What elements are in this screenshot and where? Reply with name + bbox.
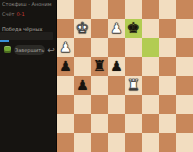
square-g5[interactable] bbox=[159, 57, 176, 76]
square-e8[interactable] bbox=[125, 0, 142, 19]
score-line: Счёт0-1 bbox=[2, 11, 25, 17]
square-b6[interactable] bbox=[74, 38, 91, 57]
game-sidebar: Стокфиш - Аноним Счёт0-1 Победа чёрных З… bbox=[0, 0, 57, 152]
square-a1[interactable] bbox=[57, 133, 74, 152]
white-pawn[interactable]: ♟ bbox=[57, 38, 74, 57]
square-c1[interactable] bbox=[91, 133, 108, 152]
square-h5[interactable] bbox=[176, 57, 193, 76]
square-h4[interactable] bbox=[176, 76, 193, 95]
square-d4[interactable] bbox=[108, 76, 125, 95]
black-pawn[interactable]: ♟ bbox=[74, 76, 91, 95]
square-f4[interactable] bbox=[142, 76, 159, 95]
app-window: Стокфиш - Аноним Счёт0-1 Победа чёрных З… bbox=[0, 0, 193, 152]
square-g2[interactable] bbox=[159, 114, 176, 133]
square-g1[interactable] bbox=[159, 133, 176, 152]
square-a3[interactable] bbox=[57, 95, 74, 114]
game-title: Стокфиш - Аноним bbox=[2, 1, 55, 7]
game-controls: Завершить ↩ bbox=[0, 43, 57, 57]
moves-bar[interactable] bbox=[0, 32, 53, 40]
square-f5[interactable] bbox=[142, 57, 159, 76]
square-e3[interactable] bbox=[125, 95, 142, 114]
square-g6[interactable] bbox=[159, 38, 176, 57]
white-rook[interactable]: ♜ bbox=[125, 76, 142, 95]
square-h2[interactable] bbox=[176, 114, 193, 133]
square-h6[interactable] bbox=[176, 38, 193, 57]
square-e5[interactable] bbox=[125, 57, 142, 76]
square-g4[interactable] bbox=[159, 76, 176, 95]
square-c8[interactable] bbox=[91, 0, 108, 19]
square-h1[interactable] bbox=[176, 133, 193, 152]
square-a8[interactable] bbox=[57, 0, 74, 19]
square-h7[interactable] bbox=[176, 19, 193, 38]
square-a7[interactable] bbox=[57, 19, 74, 38]
square-d6[interactable] bbox=[108, 38, 125, 57]
black-rook[interactable]: ♜ bbox=[91, 57, 108, 76]
black-king[interactable]: ♚ bbox=[125, 19, 142, 38]
score-label: Счёт bbox=[2, 11, 14, 17]
square-b8[interactable] bbox=[74, 0, 91, 19]
square-b4[interactable]: ♟ bbox=[74, 76, 91, 95]
square-h8[interactable] bbox=[176, 0, 193, 19]
square-c7[interactable] bbox=[91, 19, 108, 38]
square-h3[interactable] bbox=[176, 95, 193, 114]
square-f6[interactable] bbox=[142, 38, 159, 57]
square-d1[interactable] bbox=[108, 133, 125, 152]
square-g8[interactable] bbox=[159, 0, 176, 19]
square-b2[interactable] bbox=[74, 114, 91, 133]
engine-status-icon bbox=[4, 46, 11, 53]
square-b7[interactable]: ♚ bbox=[74, 19, 91, 38]
square-e2[interactable] bbox=[125, 114, 142, 133]
white-pawn[interactable]: ♟ bbox=[108, 19, 125, 38]
square-d3[interactable] bbox=[108, 95, 125, 114]
square-f2[interactable] bbox=[142, 114, 159, 133]
square-g3[interactable] bbox=[159, 95, 176, 114]
active-tab-underline bbox=[0, 40, 9, 42]
square-c4[interactable] bbox=[91, 76, 108, 95]
white-king[interactable]: ♚ bbox=[74, 19, 91, 38]
black-pawn[interactable]: ♟ bbox=[108, 57, 125, 76]
square-a4[interactable] bbox=[57, 76, 74, 95]
chess-board: ♚♟♚♟♟♜♟♟♜ bbox=[57, 0, 193, 152]
square-f7[interactable] bbox=[142, 19, 159, 38]
square-c2[interactable] bbox=[91, 114, 108, 133]
square-e1[interactable] bbox=[125, 133, 142, 152]
square-d5[interactable]: ♟ bbox=[108, 57, 125, 76]
square-e4[interactable]: ♜ bbox=[125, 76, 142, 95]
end-game-button[interactable]: Завершить bbox=[14, 45, 45, 55]
square-e6[interactable] bbox=[125, 38, 142, 57]
square-a6[interactable]: ♟ bbox=[57, 38, 74, 57]
square-d2[interactable] bbox=[108, 114, 125, 133]
undo-icon[interactable]: ↩ bbox=[46, 44, 56, 56]
square-d7[interactable]: ♟ bbox=[108, 19, 125, 38]
square-b1[interactable] bbox=[74, 133, 91, 152]
square-a2[interactable] bbox=[57, 114, 74, 133]
score-value: 0-1 bbox=[16, 11, 24, 17]
black-pawn[interactable]: ♟ bbox=[57, 57, 74, 76]
square-c3[interactable] bbox=[91, 95, 108, 114]
square-g7[interactable] bbox=[159, 19, 176, 38]
square-a5[interactable]: ♟ bbox=[57, 57, 74, 76]
square-f3[interactable] bbox=[142, 95, 159, 114]
square-d8[interactable] bbox=[108, 0, 125, 19]
square-f1[interactable] bbox=[142, 133, 159, 152]
square-c5[interactable]: ♜ bbox=[91, 57, 108, 76]
square-b3[interactable] bbox=[74, 95, 91, 114]
square-f8[interactable] bbox=[142, 0, 159, 19]
square-b5[interactable] bbox=[74, 57, 91, 76]
square-c6[interactable] bbox=[91, 38, 108, 57]
square-e7[interactable]: ♚ bbox=[125, 19, 142, 38]
